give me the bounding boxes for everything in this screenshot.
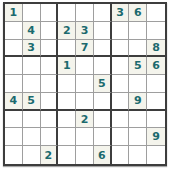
- cell-r5c2[interactable]: [23, 75, 41, 93]
- cell-r4c1[interactable]: [5, 57, 23, 75]
- cell-r9c5[interactable]: [76, 146, 94, 164]
- cell-r8c9[interactable]: 9: [147, 128, 165, 146]
- cell-r7c6[interactable]: [94, 111, 112, 129]
- cell-r3c7[interactable]: [112, 40, 130, 58]
- cell-r6c6[interactable]: [94, 93, 112, 111]
- cell-r1c7[interactable]: 3: [112, 4, 130, 22]
- cell-r8c2[interactable]: [23, 128, 41, 146]
- cell-r1c5[interactable]: [76, 4, 94, 22]
- cell-r6c9[interactable]: [147, 93, 165, 111]
- cell-r9c2[interactable]: [23, 146, 41, 164]
- cell-r5c3[interactable]: [41, 75, 59, 93]
- cell-r2c2[interactable]: 4: [23, 22, 41, 40]
- cell-r5c5[interactable]: [76, 75, 94, 93]
- cell-r3c1[interactable]: [5, 40, 23, 58]
- cell-r4c6[interactable]: [94, 57, 112, 75]
- cell-r5c8[interactable]: [129, 75, 147, 93]
- cell-r4c8[interactable]: 5: [129, 57, 147, 75]
- cell-r8c6[interactable]: [94, 128, 112, 146]
- cell-r5c6[interactable]: 5: [94, 75, 112, 93]
- cell-r7c8[interactable]: [129, 111, 147, 129]
- cell-r4c2[interactable]: [23, 57, 41, 75]
- cell-r9c6[interactable]: 6: [94, 146, 112, 164]
- cell-r9c4[interactable]: [58, 146, 76, 164]
- cell-r8c4[interactable]: [58, 128, 76, 146]
- cell-r1c3[interactable]: [41, 4, 59, 22]
- cell-r9c1[interactable]: [5, 146, 23, 164]
- cell-r4c5[interactable]: [76, 57, 94, 75]
- cell-r2c9[interactable]: [147, 22, 165, 40]
- cell-r3c8[interactable]: [129, 40, 147, 58]
- cell-r8c5[interactable]: [76, 128, 94, 146]
- cell-r4c4[interactable]: 1: [58, 57, 76, 75]
- cell-r3c9[interactable]: 8: [147, 40, 165, 58]
- cell-r1c8[interactable]: 6: [129, 4, 147, 22]
- cell-r6c4[interactable]: [58, 93, 76, 111]
- cell-r1c9[interactable]: [147, 4, 165, 22]
- cell-r5c9[interactable]: [147, 75, 165, 93]
- cell-r6c8[interactable]: 9: [129, 93, 147, 111]
- cell-r8c3[interactable]: [41, 128, 59, 146]
- cell-r1c1[interactable]: 1: [5, 4, 23, 22]
- cell-r9c3[interactable]: 2: [41, 146, 59, 164]
- cell-r3c3[interactable]: [41, 40, 59, 58]
- cell-r2c8[interactable]: [129, 22, 147, 40]
- cell-r9c9[interactable]: [147, 146, 165, 164]
- cell-r7c3[interactable]: [41, 111, 59, 129]
- cell-r7c5[interactable]: 2: [76, 111, 94, 129]
- cell-r4c9[interactable]: 6: [147, 57, 165, 75]
- cell-r5c7[interactable]: [112, 75, 130, 93]
- cell-r2c6[interactable]: [94, 22, 112, 40]
- cell-r6c3[interactable]: [41, 93, 59, 111]
- cell-r7c4[interactable]: [58, 111, 76, 129]
- cell-r6c1[interactable]: 4: [5, 93, 23, 111]
- cell-r4c7[interactable]: [112, 57, 130, 75]
- sudoku-board-container: 13642337815654592926: [3, 2, 167, 166]
- cell-r4c3[interactable]: [41, 57, 59, 75]
- cell-r6c2[interactable]: 5: [23, 93, 41, 111]
- cell-r9c7[interactable]: [112, 146, 130, 164]
- cell-r6c5[interactable]: [76, 93, 94, 111]
- cell-r2c1[interactable]: [5, 22, 23, 40]
- cell-r7c9[interactable]: [147, 111, 165, 129]
- cell-r5c1[interactable]: [5, 75, 23, 93]
- cell-r8c8[interactable]: [129, 128, 147, 146]
- cell-r2c3[interactable]: [41, 22, 59, 40]
- cell-r7c7[interactable]: [112, 111, 130, 129]
- cell-r7c1[interactable]: [5, 111, 23, 129]
- cell-r2c4[interactable]: 2: [58, 22, 76, 40]
- cell-r3c4[interactable]: [58, 40, 76, 58]
- cell-r8c1[interactable]: [5, 128, 23, 146]
- cell-r9c8[interactable]: [129, 146, 147, 164]
- cell-r8c7[interactable]: [112, 128, 130, 146]
- sudoku-board: 13642337815654592926: [3, 2, 167, 166]
- cell-r6c7[interactable]: [112, 93, 130, 111]
- cell-r2c5[interactable]: 3: [76, 22, 94, 40]
- cell-r1c4[interactable]: [58, 4, 76, 22]
- cell-r1c2[interactable]: [23, 4, 41, 22]
- cell-r3c5[interactable]: 7: [76, 40, 94, 58]
- cell-r3c2[interactable]: 3: [23, 40, 41, 58]
- cell-r5c4[interactable]: [58, 75, 76, 93]
- cell-r2c7[interactable]: [112, 22, 130, 40]
- cell-r1c6[interactable]: [94, 4, 112, 22]
- cell-r7c2[interactable]: [23, 111, 41, 129]
- cell-r3c6[interactable]: [94, 40, 112, 58]
